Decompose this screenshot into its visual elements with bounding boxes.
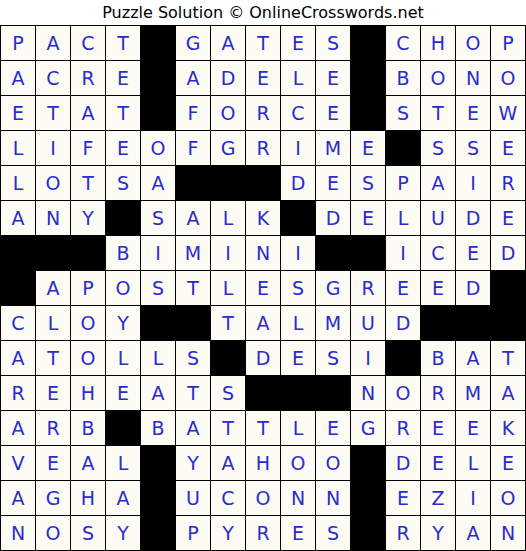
grid-cell: E: [491, 446, 525, 480]
grid-cell: D: [386, 446, 420, 480]
grid-cell: C: [386, 26, 420, 60]
grid-cell: E: [1, 96, 35, 130]
grid-cell: R: [1, 376, 35, 410]
grid-cell: F: [176, 96, 210, 130]
grid-cell: R: [246, 131, 280, 165]
grid-cell: Y: [106, 516, 140, 550]
grid-cell: L: [1, 166, 35, 200]
grid-cell: P: [71, 271, 105, 305]
grid-cell-black: [141, 446, 175, 480]
grid-cell: G: [36, 481, 70, 515]
grid-cell: R: [246, 96, 280, 130]
grid-cell: N: [316, 481, 350, 515]
grid-cell: E: [351, 131, 385, 165]
grid-cell-black: [281, 201, 315, 235]
grid-cell: I: [456, 166, 490, 200]
grid-cell-black: [141, 96, 175, 130]
grid-cell: G: [211, 131, 245, 165]
grid-cell: Y: [211, 516, 245, 550]
grid-cell: E: [36, 446, 70, 480]
grid-cell: T: [211, 306, 245, 340]
grid-cell-black: [1, 236, 35, 270]
grid-cell-black: [351, 26, 385, 60]
grid-cell: A: [176, 201, 210, 235]
grid-cell: T: [106, 96, 140, 130]
grid-cell: T: [421, 96, 455, 130]
grid-cell: P: [1, 26, 35, 60]
grid-cell: A: [1, 61, 35, 95]
grid-cell: O: [141, 131, 175, 165]
grid-cell: I: [211, 236, 245, 270]
grid-cell: N: [1, 516, 35, 550]
grid-cell: T: [246, 411, 280, 445]
grid-cell: O: [491, 61, 525, 95]
grid-cell: H: [246, 446, 280, 480]
grid-cell: A: [211, 26, 245, 60]
grid-cell: O: [36, 166, 70, 200]
grid-cell: C: [71, 26, 105, 60]
grid-cell: Y: [176, 446, 210, 480]
grid-cell: S: [141, 201, 175, 235]
grid-cell: O: [281, 446, 315, 480]
grid-cell: E: [316, 96, 350, 130]
grid-cell: L: [281, 61, 315, 95]
grid-cell-black: [176, 166, 210, 200]
grid-cell: R: [491, 166, 525, 200]
grid-cell: N: [246, 236, 280, 270]
grid-cell-black: [281, 376, 315, 410]
grid-cell: V: [1, 446, 35, 480]
grid-cell: D: [246, 341, 280, 375]
grid-cell: H: [421, 26, 455, 60]
grid-cell: C: [36, 61, 70, 95]
grid-cell: Y: [71, 201, 105, 235]
grid-cell: E: [281, 516, 315, 550]
grid-cell: E: [106, 131, 140, 165]
grid-cell: L: [386, 201, 420, 235]
grid-cell: O: [211, 96, 245, 130]
grid-cell: O: [106, 271, 140, 305]
grid-cell: N: [456, 61, 490, 95]
grid-cell: M: [456, 376, 490, 410]
grid-cell: S: [316, 26, 350, 60]
grid-cell: Y: [421, 516, 455, 550]
grid-cell: A: [71, 96, 105, 130]
grid-cell: E: [456, 411, 490, 445]
crossword-grid: PACTGATESCHOPACREADELEBONOETATFORCESTEWL…: [0, 25, 526, 551]
grid-cell-black: [351, 516, 385, 550]
grid-cell: L: [456, 446, 490, 480]
grid-cell-black: [176, 306, 210, 340]
grid-cell: B: [421, 341, 455, 375]
grid-cell: E: [316, 411, 350, 445]
grid-cell: E: [491, 131, 525, 165]
grid-cell: O: [421, 61, 455, 95]
grid-cell: O: [36, 516, 70, 550]
grid-cell: A: [1, 411, 35, 445]
grid-cell-black: [386, 341, 420, 375]
grid-cell: E: [386, 481, 420, 515]
grid-cell: A: [1, 481, 35, 515]
grid-cell: L: [1, 131, 35, 165]
grid-cell: S: [281, 271, 315, 305]
grid-cell: L: [281, 306, 315, 340]
grid-cell: L: [141, 341, 175, 375]
grid-cell: A: [246, 306, 280, 340]
grid-cell-black: [106, 201, 140, 235]
grid-cell: R: [71, 61, 105, 95]
grid-cell: P: [176, 516, 210, 550]
grid-cell-black: [351, 236, 385, 270]
grid-cell: U: [176, 481, 210, 515]
grid-cell: E: [281, 341, 315, 375]
grid-cell: A: [421, 166, 455, 200]
grid-cell: S: [316, 516, 350, 550]
grid-cell: G: [316, 271, 350, 305]
grid-cell: A: [71, 446, 105, 480]
grid-cell: S: [351, 166, 385, 200]
grid-cell: T: [176, 271, 210, 305]
grid-cell-black: [211, 166, 245, 200]
grid-cell: T: [36, 96, 70, 130]
grid-cell: L: [211, 201, 245, 235]
grid-cell: M: [316, 131, 350, 165]
grid-cell: H: [71, 376, 105, 410]
grid-cell: A: [141, 376, 175, 410]
grid-cell: E: [316, 61, 350, 95]
grid-cell: M: [316, 306, 350, 340]
grid-cell: A: [456, 341, 490, 375]
grid-cell: D: [456, 271, 490, 305]
grid-cell-black: [1, 271, 35, 305]
grid-cell-black: [421, 306, 455, 340]
grid-cell: A: [491, 376, 525, 410]
grid-cell: R: [36, 411, 70, 445]
grid-cell: T: [211, 411, 245, 445]
grid-cell: I: [351, 341, 385, 375]
grid-cell: A: [36, 26, 70, 60]
grid-cell: U: [421, 201, 455, 235]
grid-cell: F: [71, 131, 105, 165]
grid-cell: A: [211, 446, 245, 480]
grid-cell: R: [421, 376, 455, 410]
grid-cell: K: [491, 411, 525, 445]
grid-cell: D: [491, 236, 525, 270]
grid-cell: D: [211, 61, 245, 95]
grid-cell: B: [141, 411, 175, 445]
grid-cell: E: [246, 271, 280, 305]
grid-cell: O: [246, 481, 280, 515]
grid-cell-black: [351, 446, 385, 480]
grid-cell: D: [281, 166, 315, 200]
grid-cell: O: [456, 26, 490, 60]
grid-cell-black: [246, 376, 280, 410]
grid-cell: C: [211, 481, 245, 515]
grid-cell: L: [106, 446, 140, 480]
grid-cell: E: [281, 26, 315, 60]
grid-cell-black: [141, 61, 175, 95]
grid-cell: P: [386, 166, 420, 200]
grid-cell: E: [421, 271, 455, 305]
grid-cell: R: [351, 271, 385, 305]
grid-cell: B: [71, 411, 105, 445]
grid-cell: C: [421, 236, 455, 270]
grid-cell: L: [281, 411, 315, 445]
grid-cell-black: [491, 306, 525, 340]
grid-cell: U: [351, 306, 385, 340]
grid-cell-black: [211, 341, 245, 375]
grid-cell: L: [211, 271, 245, 305]
grid-cell: G: [351, 411, 385, 445]
grid-cell-black: [36, 236, 70, 270]
grid-cell: A: [176, 61, 210, 95]
grid-cell: O: [71, 341, 105, 375]
grid-cell: L: [106, 341, 140, 375]
grid-cell: R: [386, 411, 420, 445]
page-title: Puzzle Solution © OnlineCrosswords.net: [0, 0, 526, 25]
grid-cell: S: [211, 376, 245, 410]
grid-cell: K: [246, 201, 280, 235]
grid-cell: I: [281, 236, 315, 270]
grid-cell: S: [176, 341, 210, 375]
grid-cell: C: [1, 306, 35, 340]
grid-cell: S: [386, 96, 420, 130]
grid-cell: I: [141, 236, 175, 270]
grid-cell-black: [106, 411, 140, 445]
grid-cell: B: [386, 61, 420, 95]
grid-cell: T: [176, 376, 210, 410]
grid-cell: B: [106, 236, 140, 270]
grid-cell: E: [491, 201, 525, 235]
grid-cell-black: [351, 61, 385, 95]
grid-cell: N: [36, 201, 70, 235]
grid-cell: W: [491, 96, 525, 130]
grid-cell: E: [316, 166, 350, 200]
grid-cell: S: [421, 131, 455, 165]
grid-cell: S: [141, 271, 175, 305]
grid-cell: O: [316, 446, 350, 480]
grid-cell: D: [456, 201, 490, 235]
grid-cell: L: [36, 306, 70, 340]
grid-cell: E: [106, 61, 140, 95]
grid-cell: I: [386, 236, 420, 270]
grid-cell-black: [141, 26, 175, 60]
grid-cell: O: [386, 376, 420, 410]
grid-cell-black: [456, 306, 490, 340]
grid-cell: A: [141, 166, 175, 200]
grid-cell: I: [36, 131, 70, 165]
grid-cell: S: [316, 341, 350, 375]
grid-cell: I: [281, 131, 315, 165]
grid-cell-black: [141, 516, 175, 550]
grid-cell: O: [491, 481, 525, 515]
grid-cell-black: [316, 376, 350, 410]
grid-cell: E: [36, 376, 70, 410]
grid-cell-black: [386, 131, 420, 165]
grid-cell: T: [491, 341, 525, 375]
grid-cell-black: [141, 306, 175, 340]
grid-cell: Y: [106, 306, 140, 340]
grid-cell: A: [106, 481, 140, 515]
grid-cell: F: [176, 131, 210, 165]
grid-cell: I: [456, 481, 490, 515]
grid-cell: T: [246, 26, 280, 60]
grid-cell: E: [421, 446, 455, 480]
grid-cell: R: [246, 516, 280, 550]
grid-cell: A: [1, 201, 35, 235]
grid-cell: A: [36, 271, 70, 305]
grid-cell: A: [1, 341, 35, 375]
grid-cell: D: [316, 201, 350, 235]
grid-cell-black: [246, 166, 280, 200]
grid-cell: R: [386, 516, 420, 550]
grid-cell: O: [71, 306, 105, 340]
grid-cell: N: [281, 481, 315, 515]
grid-cell: S: [106, 166, 140, 200]
grid-cell: E: [456, 236, 490, 270]
grid-cell: T: [71, 166, 105, 200]
grid-cell-black: [71, 236, 105, 270]
grid-cell-black: [141, 481, 175, 515]
grid-cell: Z: [421, 481, 455, 515]
grid-cell-black: [351, 481, 385, 515]
grid-cell: A: [176, 411, 210, 445]
grid-cell: D: [386, 306, 420, 340]
grid-cell-black: [351, 96, 385, 130]
grid-cell: T: [106, 26, 140, 60]
grid-cell: E: [106, 376, 140, 410]
grid-cell: S: [71, 516, 105, 550]
grid-cell: T: [36, 341, 70, 375]
grid-cell: N: [351, 376, 385, 410]
grid-cell: S: [456, 131, 490, 165]
grid-cell: E: [421, 411, 455, 445]
grid-cell: M: [176, 236, 210, 270]
grid-cell: G: [176, 26, 210, 60]
grid-cell: E: [386, 271, 420, 305]
grid-cell: A: [456, 516, 490, 550]
grid-cell: N: [491, 516, 525, 550]
grid-cell: C: [281, 96, 315, 130]
grid-cell: E: [456, 96, 490, 130]
grid-cell-black: [316, 236, 350, 270]
grid-cell: E: [351, 201, 385, 235]
grid-cell: E: [246, 61, 280, 95]
grid-cell: P: [491, 26, 525, 60]
grid-cell-black: [491, 271, 525, 305]
grid-cell: H: [71, 481, 105, 515]
